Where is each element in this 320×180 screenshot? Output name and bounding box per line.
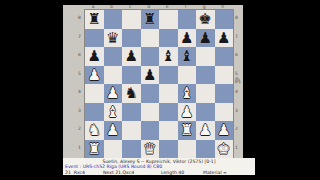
rank-label-1: 1 — [77, 146, 82, 151]
rank-label-5: 5 — [77, 72, 82, 77]
square-g8[interactable]: ♚ — [196, 10, 215, 29]
square-f5[interactable] — [178, 66, 197, 85]
side-to-move-indicator: ♘ — [234, 76, 242, 86]
square-h6[interactable] — [215, 47, 234, 66]
piece-white-pawn: ♟ — [85, 66, 104, 85]
square-h8[interactable] — [215, 10, 234, 29]
square-g1[interactable] — [196, 140, 215, 159]
square-f7[interactable]: ♟ — [178, 29, 197, 48]
rank-label-8: 8 — [77, 16, 82, 21]
square-f8[interactable] — [178, 10, 197, 29]
square-g4[interactable] — [196, 84, 215, 103]
square-b8[interactable] — [104, 10, 123, 29]
square-f4[interactable]: ♝ — [178, 84, 197, 103]
square-b4[interactable]: ♟ — [104, 84, 123, 103]
square-f6[interactable]: ♝ — [178, 47, 197, 66]
square-e1[interactable] — [159, 140, 178, 159]
piece-white-pawn: ♟ — [104, 121, 123, 140]
square-h5[interactable] — [215, 66, 234, 85]
rank-label-4: 4 — [234, 90, 239, 95]
rank-label-6: 6 — [234, 53, 239, 58]
square-c5[interactable] — [122, 66, 141, 85]
current-move-text: 21 Rxc4 — [65, 170, 103, 175]
square-h1[interactable]: ♚ — [215, 140, 234, 159]
chess-board: ♜♜♚♛♟♟♟♟♟♝♝♟♟♟♞♝♝♟♞♟♜♟♟♜♛♚ — [84, 9, 234, 159]
piece-black-pawn: ♟ — [141, 66, 160, 85]
piece-black-bishop: ♝ — [159, 47, 178, 66]
piece-black-pawn: ♟ — [122, 47, 141, 66]
piece-black-pawn: ♟ — [85, 47, 104, 66]
square-e8[interactable] — [159, 10, 178, 29]
piece-white-rook: ♜ — [85, 140, 104, 159]
square-e6[interactable]: ♝ — [159, 47, 178, 66]
square-a5[interactable]: ♟ — [85, 66, 104, 85]
square-f3[interactable]: ♟ — [178, 103, 197, 122]
piece-black-rook: ♜ — [141, 10, 160, 29]
rank-label-4: 4 — [77, 90, 82, 95]
square-e7[interactable] — [159, 29, 178, 48]
square-d6[interactable] — [141, 47, 160, 66]
square-a3[interactable] — [85, 103, 104, 122]
piece-white-pawn: ♟ — [196, 121, 215, 140]
piece-black-rook: ♜ — [85, 10, 104, 29]
square-a2[interactable]: ♞ — [85, 121, 104, 140]
square-d4[interactable] — [141, 84, 160, 103]
square-f2[interactable]: ♜ — [178, 121, 197, 140]
square-c3[interactable] — [122, 103, 141, 122]
material-text: Material = — [203, 170, 227, 175]
piece-white-bishop: ♝ — [104, 103, 123, 122]
square-g2[interactable]: ♟ — [196, 121, 215, 140]
square-a4[interactable] — [85, 84, 104, 103]
square-d7[interactable] — [141, 29, 160, 48]
square-a1[interactable]: ♜ — [85, 140, 104, 159]
square-c2[interactable] — [122, 121, 141, 140]
piece-black-knight: ♞ — [122, 84, 141, 103]
rank-label-1: 1 — [234, 146, 239, 151]
rank-label-3: 3 — [77, 109, 82, 114]
square-d1[interactable]: ♛ — [141, 140, 160, 159]
square-g5[interactable] — [196, 66, 215, 85]
square-d2[interactable] — [141, 121, 160, 140]
piece-white-rook: ♜ — [178, 121, 197, 140]
square-e2[interactable] — [159, 121, 178, 140]
square-c7[interactable] — [122, 29, 141, 48]
piece-white-queen: ♛ — [141, 140, 160, 159]
move-info-line: 21 Rxc4 Next 21.Qxc4 Length 40 Material … — [63, 170, 255, 175]
square-g7[interactable]: ♟ — [196, 29, 215, 48]
rank-labels-left: 87654321 — [77, 9, 82, 157]
rank-label-8: 8 — [234, 16, 239, 21]
piece-black-queen: ♛ — [104, 29, 123, 48]
square-d3[interactable] — [141, 103, 160, 122]
square-b7[interactable]: ♛ — [104, 29, 123, 48]
rank-label-2: 2 — [234, 127, 239, 132]
piece-white-pawn: ♟ — [178, 103, 197, 122]
square-h3[interactable] — [215, 103, 234, 122]
square-g3[interactable] — [196, 103, 215, 122]
square-c6[interactable]: ♟ — [122, 47, 141, 66]
square-a6[interactable]: ♟ — [85, 47, 104, 66]
square-d5[interactable]: ♟ — [141, 66, 160, 85]
rank-label-7: 7 — [234, 35, 239, 40]
rank-label-6: 6 — [77, 53, 82, 58]
rank-label-2: 2 — [77, 127, 82, 132]
square-b1[interactable] — [104, 140, 123, 159]
square-c1[interactable] — [122, 140, 141, 159]
piece-white-pawn: ♟ — [104, 84, 123, 103]
caption-bar: Suetin, Alexey S -- Kupreichik, Viktor (… — [63, 158, 255, 175]
piece-black-pawn: ♟ — [178, 29, 197, 48]
board-frame: abcdefgh abcdefgh 87654321 87654321 ♜♜♚♛… — [63, 5, 243, 158]
piece-white-king: ♚ — [215, 140, 234, 159]
square-b3[interactable]: ♝ — [104, 103, 123, 122]
piece-white-bishop: ♝ — [178, 84, 197, 103]
game-length-text: Length 40 — [161, 170, 203, 175]
square-b6[interactable] — [104, 47, 123, 66]
square-g6[interactable] — [196, 47, 215, 66]
square-e3[interactable] — [159, 103, 178, 122]
square-b2[interactable]: ♟ — [104, 121, 123, 140]
piece-black-pawn: ♟ — [215, 29, 234, 48]
piece-black-king: ♚ — [196, 10, 215, 29]
rank-label-3: 3 — [234, 109, 239, 114]
square-b5[interactable] — [104, 66, 123, 85]
square-h4[interactable] — [215, 84, 234, 103]
square-c8[interactable] — [122, 10, 141, 29]
piece-white-knight: ♞ — [85, 121, 104, 140]
next-move-text: Next 21.Qxc4 — [103, 170, 161, 175]
rank-label-7: 7 — [77, 35, 82, 40]
square-h7[interactable]: ♟ — [215, 29, 234, 48]
square-f1[interactable] — [178, 140, 197, 159]
piece-black-bishop: ♝ — [178, 47, 197, 66]
square-h2[interactable]: ♟ — [215, 121, 234, 140]
video-frame: { "game": "chess", "position": { "fen": … — [0, 0, 320, 180]
square-a7[interactable] — [85, 29, 104, 48]
piece-white-pawn: ♟ — [215, 121, 234, 140]
piece-black-pawn: ♟ — [196, 29, 215, 48]
square-c4[interactable]: ♞ — [122, 84, 141, 103]
square-d8[interactable]: ♜ — [141, 10, 160, 29]
square-e4[interactable] — [159, 84, 178, 103]
square-e5[interactable] — [159, 66, 178, 85]
square-a8[interactable]: ♜ — [85, 10, 104, 29]
